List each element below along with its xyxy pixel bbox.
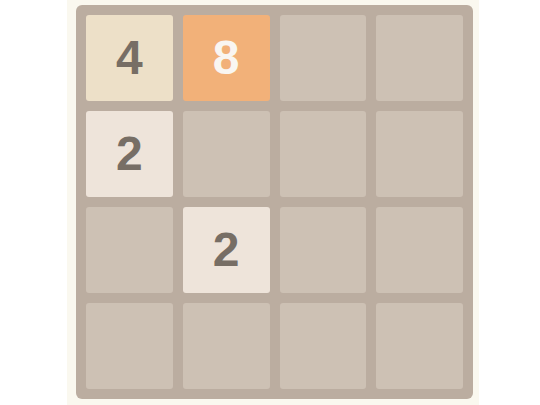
empty-cell-r3c3 bbox=[280, 207, 367, 293]
empty-cell-r1c4 bbox=[376, 15, 463, 101]
tile-8-r1c2: 8 bbox=[183, 15, 270, 101]
empty-cell-r3c4 bbox=[376, 207, 463, 293]
empty-cell-r4c3 bbox=[280, 303, 367, 389]
empty-cell-r4c1 bbox=[86, 303, 173, 389]
empty-cell-r1c3 bbox=[280, 15, 367, 101]
tile-2-r3c2: 2 bbox=[183, 207, 270, 293]
empty-cell-r4c4 bbox=[376, 303, 463, 389]
empty-cell-r2c2 bbox=[183, 111, 270, 197]
empty-cell-r2c3 bbox=[280, 111, 367, 197]
tile-2-r2c1: 2 bbox=[86, 111, 173, 197]
game-stage: 4822 bbox=[0, 0, 540, 405]
board-2048[interactable]: 4822 bbox=[76, 5, 473, 399]
empty-cell-r4c2 bbox=[183, 303, 270, 389]
empty-cell-r3c1 bbox=[86, 207, 173, 293]
empty-cell-r2c4 bbox=[376, 111, 463, 197]
tile-4-r1c1: 4 bbox=[86, 15, 173, 101]
